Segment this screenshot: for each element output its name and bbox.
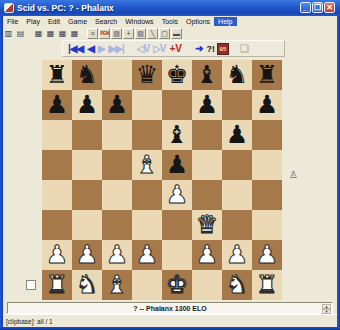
square-g3[interactable] [222,210,252,240]
book-95-button[interactable]: 95 [217,43,229,55]
white-king: ♚ [166,270,188,300]
square-g2[interactable]: ♟ [222,240,252,270]
black-bishop: ♝ [166,120,188,150]
white-knight: ♞ [76,270,98,300]
square-c2[interactable]: ♟ [102,240,132,270]
square-g7[interactable] [222,90,252,120]
square-a7[interactable]: ♟ [42,90,72,120]
square-a1[interactable]: ♜ [42,270,72,300]
square-f8[interactable]: ♝ [192,60,222,90]
menu-tools[interactable]: Tools [158,17,182,26]
square-a4[interactable] [42,180,72,210]
print-icon[interactable]: ▤ [15,28,26,39]
black-pawn: ♟ [196,90,218,120]
game-info-spinner: ▲ ▼ [322,304,331,312]
nav-toolbar: |◀◀◀▶▶▶|◁V▷V+V➜?!95❏ [62,40,285,57]
square-a2[interactable]: ♟ [42,240,72,270]
square-a5[interactable] [42,150,72,180]
copy-board-button[interactable]: ❏ [238,41,251,56]
black-pawn: ♟ [226,120,248,150]
square-c5[interactable] [102,150,132,180]
square-g6[interactable]: ♟ [222,120,252,150]
black-queen: ♛ [136,60,158,90]
square-c7[interactable]: ♟ [102,90,132,120]
white-pawn: ♟ [226,240,248,270]
square-h3[interactable] [252,210,282,240]
white-pawn: ♟ [166,180,188,210]
square-h2[interactable]: ♟ [252,240,282,270]
side-to-move-indicator [26,280,36,290]
game-info-text: ? -- Phalanx 1300 ELO [133,305,207,312]
square-c4[interactable] [102,180,132,210]
square-c6[interactable] [102,120,132,150]
square-c1[interactable]: ♝ [102,270,132,300]
square-h7[interactable]: ♟ [252,90,282,120]
square-e3[interactable] [162,210,192,240]
menu-game[interactable]: Game [64,17,91,26]
black-rook: ♜ [256,60,278,90]
move-forward-button[interactable]: ▶ [96,41,107,56]
square-e7[interactable] [162,90,192,120]
white-knight: ♞ [226,270,248,300]
layout-full-icon[interactable]: ▦ [69,28,80,39]
square-f3[interactable]: ♛ [192,210,222,240]
black-knight: ♞ [226,60,248,90]
square-g4[interactable] [222,180,252,210]
autoplay-button[interactable]: ➜ [193,41,204,56]
square-d1[interactable] [132,270,162,300]
file-toolbar: ▥▤▦▦▦▦≡PGN▨+▧╲▢▬ [3,27,183,39]
white-pawn: ♟ [106,240,128,270]
maximize-button[interactable]: ❒ [312,2,323,13]
square-d4[interactable] [132,180,162,210]
menu-help[interactable]: Help [214,17,236,26]
square-b8[interactable]: ♞ [72,60,102,90]
game-info-bar: ? -- Phalanx 1300 ELO ▲ ▼ [7,302,333,314]
square-e1[interactable]: ♚ [162,270,192,300]
minimize-button[interactable]: _ [300,2,311,13]
annotate-button[interactable]: ?! [204,41,217,56]
black-pawn: ♟ [166,150,188,180]
square-e5[interactable]: ♟ [162,150,192,180]
square-b4[interactable] [72,180,102,210]
engine-bar-icon[interactable]: ▬ [171,28,182,39]
gamelist-window-icon[interactable]: ≡ [87,28,98,39]
square-b7[interactable]: ♟ [72,90,102,120]
menu-file[interactable]: File [3,17,22,26]
app-icon [4,3,14,13]
tree-window-icon[interactable]: ▧ [135,28,146,39]
square-h6[interactable] [252,120,282,150]
black-pawn: ♟ [76,90,98,120]
square-b2[interactable]: ♟ [72,240,102,270]
window-title: Scid vs. PC: ? - Phalanx [17,3,114,13]
square-e2[interactable] [162,240,192,270]
square-g5[interactable] [222,150,252,180]
status-text: [clipbase]: all / 1 [6,318,53,325]
title-bar: Scid vs. PC: ? - Phalanx _ ❒ ✕ [0,0,340,16]
menu-edit[interactable]: Edit [44,17,64,26]
square-b5[interactable] [72,150,102,180]
square-f7[interactable]: ♟ [192,90,222,120]
square-d3[interactable] [132,210,162,240]
variation-add-button[interactable]: +V [168,41,185,56]
menu-windows[interactable]: Windows [121,17,157,26]
white-bishop: ♝ [106,270,128,300]
square-h8[interactable]: ♜ [252,60,282,90]
square-a8[interactable]: ♜ [42,60,72,90]
square-b3[interactable] [72,210,102,240]
square-f2[interactable]: ♟ [192,240,222,270]
application-window: Scid vs. PC: ? - Phalanx _ ❒ ✕ FilePlayE… [0,0,340,330]
black-bishop: ♝ [196,60,218,90]
menubar: FilePlayEditGameSearchWindowsToolsOption… [3,16,337,27]
black-pawn: ♟ [46,90,68,120]
square-e8[interactable]: ♚ [162,60,192,90]
square-f6[interactable] [192,120,222,150]
material-diff-pawn-icon: ♙ [289,169,298,180]
square-d8[interactable]: ♛ [132,60,162,90]
square-g8[interactable]: ♞ [222,60,252,90]
white-bishop: ♝ [136,150,158,180]
chess-board: ♜♞♛♚♝♞♜♟♟♟♟♟♝♟♝♟♟♛♟♟♟♟♟♟♟♜♞♝♚♞♜ [42,60,282,300]
status-bar: [clipbase]: all / 1 [3,314,337,328]
black-pawn: ♟ [256,90,278,120]
black-rook: ♜ [46,60,68,90]
square-a6[interactable] [42,120,72,150]
layout-board-icon[interactable]: ▦ [33,28,44,39]
square-f1[interactable] [192,270,222,300]
square-h4[interactable] [252,180,282,210]
square-e4[interactable]: ♟ [162,180,192,210]
comment-editor-icon[interactable]: ▨ [111,28,122,39]
square-e6[interactable]: ♝ [162,120,192,150]
book-window-icon[interactable]: ▢ [159,28,170,39]
analysis-engine-icon[interactable]: ╲ [147,28,158,39]
white-pawn: ♟ [136,240,158,270]
square-b1[interactable]: ♞ [72,270,102,300]
menu-search[interactable]: Search [91,17,121,26]
maintenance-icon[interactable]: + [123,28,134,39]
white-pawn: ♟ [46,240,68,270]
square-h1[interactable]: ♜ [252,270,282,300]
square-f5[interactable] [192,150,222,180]
black-king: ♚ [166,60,188,90]
white-rook: ♜ [46,270,68,300]
white-queen: ♛ [196,210,218,240]
square-a3[interactable] [42,210,72,240]
move-back-button[interactable]: ◀ [85,41,96,56]
layout-wide-icon[interactable]: ▦ [57,28,68,39]
black-knight: ♞ [76,60,98,90]
square-g1[interactable]: ♞ [222,270,252,300]
square-c8[interactable] [102,60,132,90]
menu-play[interactable]: Play [22,17,44,26]
square-d6[interactable] [132,120,162,150]
variation-enter-button[interactable]: ▷V [151,41,167,56]
menu-options[interactable]: Options [182,17,214,26]
square-d7[interactable] [132,90,162,120]
window-border-left [0,0,3,330]
square-c3[interactable] [102,210,132,240]
white-pawn: ♟ [76,240,98,270]
white-pawn: ♟ [256,240,278,270]
pgn-window-icon[interactable]: PGN [99,28,110,39]
close-button[interactable]: ✕ [324,2,335,13]
black-pawn: ♟ [106,90,128,120]
game-start-button[interactable]: |◀◀ [66,41,85,56]
variation-exit-button[interactable]: ◁V [135,41,151,56]
white-rook: ♜ [256,270,278,300]
square-h5[interactable] [252,150,282,180]
game-end-button[interactable]: ▶▶| [107,41,126,56]
square-b6[interactable] [72,120,102,150]
square-d5[interactable]: ♝ [132,150,162,180]
square-d2[interactable]: ♟ [132,240,162,270]
save-icon[interactable]: ▥ [3,28,14,39]
layout-split-icon[interactable]: ▦ [45,28,56,39]
square-f4[interactable] [192,180,222,210]
white-pawn: ♟ [196,240,218,270]
